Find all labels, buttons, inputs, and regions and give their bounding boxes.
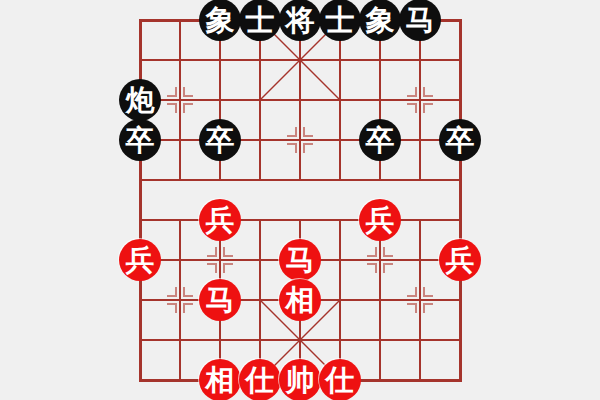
piece-black-elephant[interactable]: 象: [199, 0, 241, 41]
piece-red-soldier[interactable]: 兵: [359, 199, 401, 241]
piece-layer: 象士将士象马炮卒卒卒卒兵兵兵马兵马相相仕帅仕: [120, 0, 480, 400]
piece-black-horse[interactable]: 马: [399, 0, 441, 41]
piece-black-general[interactable]: 将: [279, 0, 321, 41]
piece-black-cannon[interactable]: 炮: [119, 79, 161, 121]
piece-black-soldier[interactable]: 卒: [359, 119, 401, 161]
piece-red-advisor[interactable]: 仕: [239, 359, 281, 400]
piece-red-advisor[interactable]: 仕: [319, 359, 361, 400]
piece-red-soldier[interactable]: 兵: [199, 199, 241, 241]
piece-red-soldier[interactable]: 兵: [439, 239, 481, 281]
xiangqi-board: 象士将士象马炮卒卒卒卒兵兵兵马兵马相相仕帅仕: [120, 0, 480, 400]
piece-red-soldier[interactable]: 兵: [119, 239, 161, 281]
piece-red-elephant[interactable]: 相: [199, 359, 241, 400]
piece-black-advisor[interactable]: 士: [239, 0, 281, 41]
piece-black-soldier[interactable]: 卒: [119, 119, 161, 161]
piece-red-general[interactable]: 帅: [279, 359, 321, 400]
piece-red-elephant[interactable]: 相: [279, 279, 321, 321]
piece-black-soldier[interactable]: 卒: [199, 119, 241, 161]
piece-black-soldier[interactable]: 卒: [439, 119, 481, 161]
piece-black-advisor[interactable]: 士: [319, 0, 361, 41]
piece-black-elephant[interactable]: 象: [359, 0, 401, 41]
piece-red-horse[interactable]: 马: [279, 239, 321, 281]
piece-red-horse[interactable]: 马: [199, 279, 241, 321]
xiangqi-screenshot: 象士将士象马炮卒卒卒卒兵兵兵马兵马相相仕帅仕: [0, 0, 600, 400]
